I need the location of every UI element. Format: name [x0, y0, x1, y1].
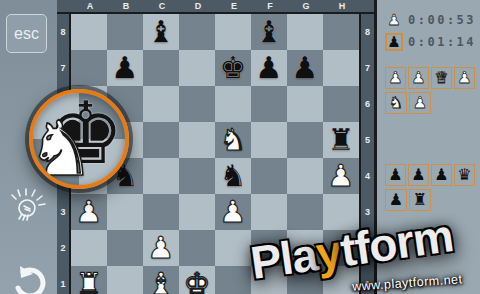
captured-black-pawn: ♟ [385, 189, 407, 211]
square-c2[interactable]: ♟ [143, 230, 179, 266]
rank-label-1: 1 [57, 266, 69, 294]
captured-white-pawn: ♟ [409, 92, 431, 114]
square-d5[interactable] [179, 122, 215, 158]
piece-black-king[interactable]: ♚ [220, 50, 247, 86]
square-f4[interactable] [251, 158, 287, 194]
square-a7[interactable] [71, 50, 107, 86]
piece-white-rook[interactable]: ♜ [76, 266, 103, 294]
square-e5[interactable]: ♞ [215, 122, 251, 158]
rank-label-5: 5 [361, 122, 374, 158]
captured-black-pawn: ♟ [408, 164, 429, 186]
rank-label-4: 4 [361, 158, 374, 194]
square-d6[interactable] [179, 86, 215, 122]
square-b1[interactable] [107, 266, 143, 294]
rank-label-7: 7 [57, 50, 69, 86]
black-timer: ♟ 0:01:14 [385, 32, 480, 52]
square-h7[interactable] [323, 50, 359, 86]
black-pawn-icon: ♟ [385, 33, 403, 51]
square-c4[interactable] [143, 158, 179, 194]
piece-black-bishop[interactable]: ♝ [148, 14, 175, 50]
info-panel: ♟ 0:00:53 ♟ 0:01:14 ♟♟♛♟♞♟ ♟♟♟♛♟♜ [377, 0, 480, 294]
square-d4[interactable] [179, 158, 215, 194]
square-f6[interactable] [251, 86, 287, 122]
square-e7[interactable]: ♚ [215, 50, 251, 86]
file-label-f: F [252, 0, 288, 12]
white-timer: ♟ 0:00:53 [385, 10, 480, 30]
hint-lightbulb-icon[interactable] [8, 184, 48, 226]
file-label-h: H [324, 0, 360, 12]
rank-label-8: 8 [361, 14, 374, 50]
rank-label-1: 1 [361, 266, 374, 294]
square-g1[interactable] [287, 266, 323, 294]
square-b2[interactable] [107, 230, 143, 266]
square-c5[interactable] [143, 122, 179, 158]
captured-white-pawn: ♟ [408, 67, 429, 89]
file-labels: ABCDEFGH [57, 0, 374, 14]
file-label-c: C [144, 0, 180, 12]
esc-button[interactable]: esc [6, 14, 47, 53]
piece-white-pawn[interactable]: ♟ [76, 194, 103, 230]
square-h5[interactable]: ♜ [323, 122, 359, 158]
rank-label-6: 6 [361, 86, 374, 122]
square-g6[interactable] [287, 86, 323, 122]
white-time: 0:00:53 [408, 13, 476, 27]
square-b3[interactable] [107, 194, 143, 230]
captured-white-knight: ♞ [385, 92, 407, 114]
captured-white-pawn: ♟ [454, 67, 475, 89]
piece-white-bishop[interactable]: ♝ [148, 266, 175, 294]
square-b7[interactable]: ♟ [107, 50, 143, 86]
square-h8[interactable] [323, 14, 359, 50]
square-g7[interactable]: ♟ [287, 50, 323, 86]
square-c3[interactable] [143, 194, 179, 230]
file-label-b: B [108, 0, 144, 12]
square-c8[interactable]: ♝ [143, 14, 179, 50]
square-c1[interactable]: ♝ [143, 266, 179, 294]
captured-black-queen: ♛ [454, 164, 475, 186]
rank-label-3: 3 [361, 194, 374, 230]
square-f8[interactable]: ♝ [251, 14, 287, 50]
square-e2[interactable] [215, 230, 251, 266]
square-a1[interactable]: ♜ [71, 266, 107, 294]
captured-black-tray: ♟♟♟♛♟♜ [385, 164, 477, 211]
file-label-d: D [180, 0, 216, 12]
piece-black-rook[interactable]: ♜ [328, 122, 355, 158]
undo-arrow-icon[interactable] [8, 258, 48, 294]
square-e4[interactable]: ♞ [215, 158, 251, 194]
square-d3[interactable] [179, 194, 215, 230]
white-pawn-icon: ♟ [385, 11, 403, 29]
square-e8[interactable] [215, 14, 251, 50]
square-a2[interactable] [71, 230, 107, 266]
square-b8[interactable] [107, 14, 143, 50]
captured-white-pawn: ♟ [385, 67, 406, 89]
square-g3[interactable] [287, 194, 323, 230]
square-a8[interactable] [71, 14, 107, 50]
piece-white-pawn[interactable]: ♟ [328, 158, 355, 194]
square-f2[interactable] [251, 230, 287, 266]
rank-label-2: 2 [361, 230, 374, 266]
captured-white-tray: ♟♟♛♟♞♟ [385, 67, 477, 114]
rank-label-8: 8 [57, 14, 69, 50]
square-d1[interactable]: ♚ [179, 266, 215, 294]
rank-label-2: 2 [57, 230, 69, 266]
square-e3[interactable]: ♟ [215, 194, 251, 230]
square-g2[interactable] [287, 230, 323, 266]
rank-labels-right: 87654321 [361, 14, 374, 294]
square-f1[interactable] [251, 266, 287, 294]
square-d7[interactable] [179, 50, 215, 86]
square-h6[interactable] [323, 86, 359, 122]
square-g8[interactable] [287, 14, 323, 50]
square-g5[interactable] [287, 122, 323, 158]
rank-label-7: 7 [361, 50, 374, 86]
piece-white-pawn[interactable]: ♟ [148, 230, 175, 266]
rank-label-3: 3 [57, 194, 69, 230]
square-h3[interactable] [323, 194, 359, 230]
square-a3[interactable]: ♟ [71, 194, 107, 230]
file-label-a: A [72, 0, 108, 12]
black-time: 0:01:14 [408, 35, 476, 49]
captured-black-rook: ♜ [409, 189, 431, 211]
piece-black-knight[interactable]: ♞ [220, 158, 247, 194]
square-d2[interactable] [179, 230, 215, 266]
piece-black-pawn[interactable]: ♟ [256, 50, 283, 86]
square-g4[interactable] [287, 158, 323, 194]
square-h1[interactable] [323, 266, 359, 294]
square-e6[interactable] [215, 86, 251, 122]
piece-black-pawn[interactable]: ♟ [292, 50, 319, 86]
square-f7[interactable]: ♟ [251, 50, 287, 86]
piece-white-pawn[interactable]: ♟ [220, 194, 247, 230]
chess-app: esc ABCDEFGH 87654321 ♝♝♟♚♟♟♞♜♞♞♟♟♟♟♜♝♚ [0, 0, 480, 294]
square-h2[interactable] [323, 230, 359, 266]
file-label-g: G [288, 0, 324, 12]
square-f5[interactable] [251, 122, 287, 158]
captured-black-pawn: ♟ [431, 164, 452, 186]
piece-white-king[interactable]: ♚ [184, 266, 211, 294]
square-c7[interactable] [143, 50, 179, 86]
piece-black-bishop[interactable]: ♝ [256, 14, 283, 50]
square-f3[interactable] [251, 194, 287, 230]
captured-black-pawn: ♟ [385, 164, 406, 186]
magnifier-loupe: ♚ ♞ [29, 89, 129, 189]
square-c6[interactable] [143, 86, 179, 122]
captured-white-queen: ♛ [431, 67, 452, 89]
square-e1[interactable] [215, 266, 251, 294]
file-label-e: E [216, 0, 252, 12]
piece-white-knight[interactable]: ♞ [220, 122, 247, 158]
square-d8[interactable] [179, 14, 215, 50]
square-h4[interactable]: ♟ [323, 158, 359, 194]
piece-black-pawn[interactable]: ♟ [112, 50, 139, 86]
